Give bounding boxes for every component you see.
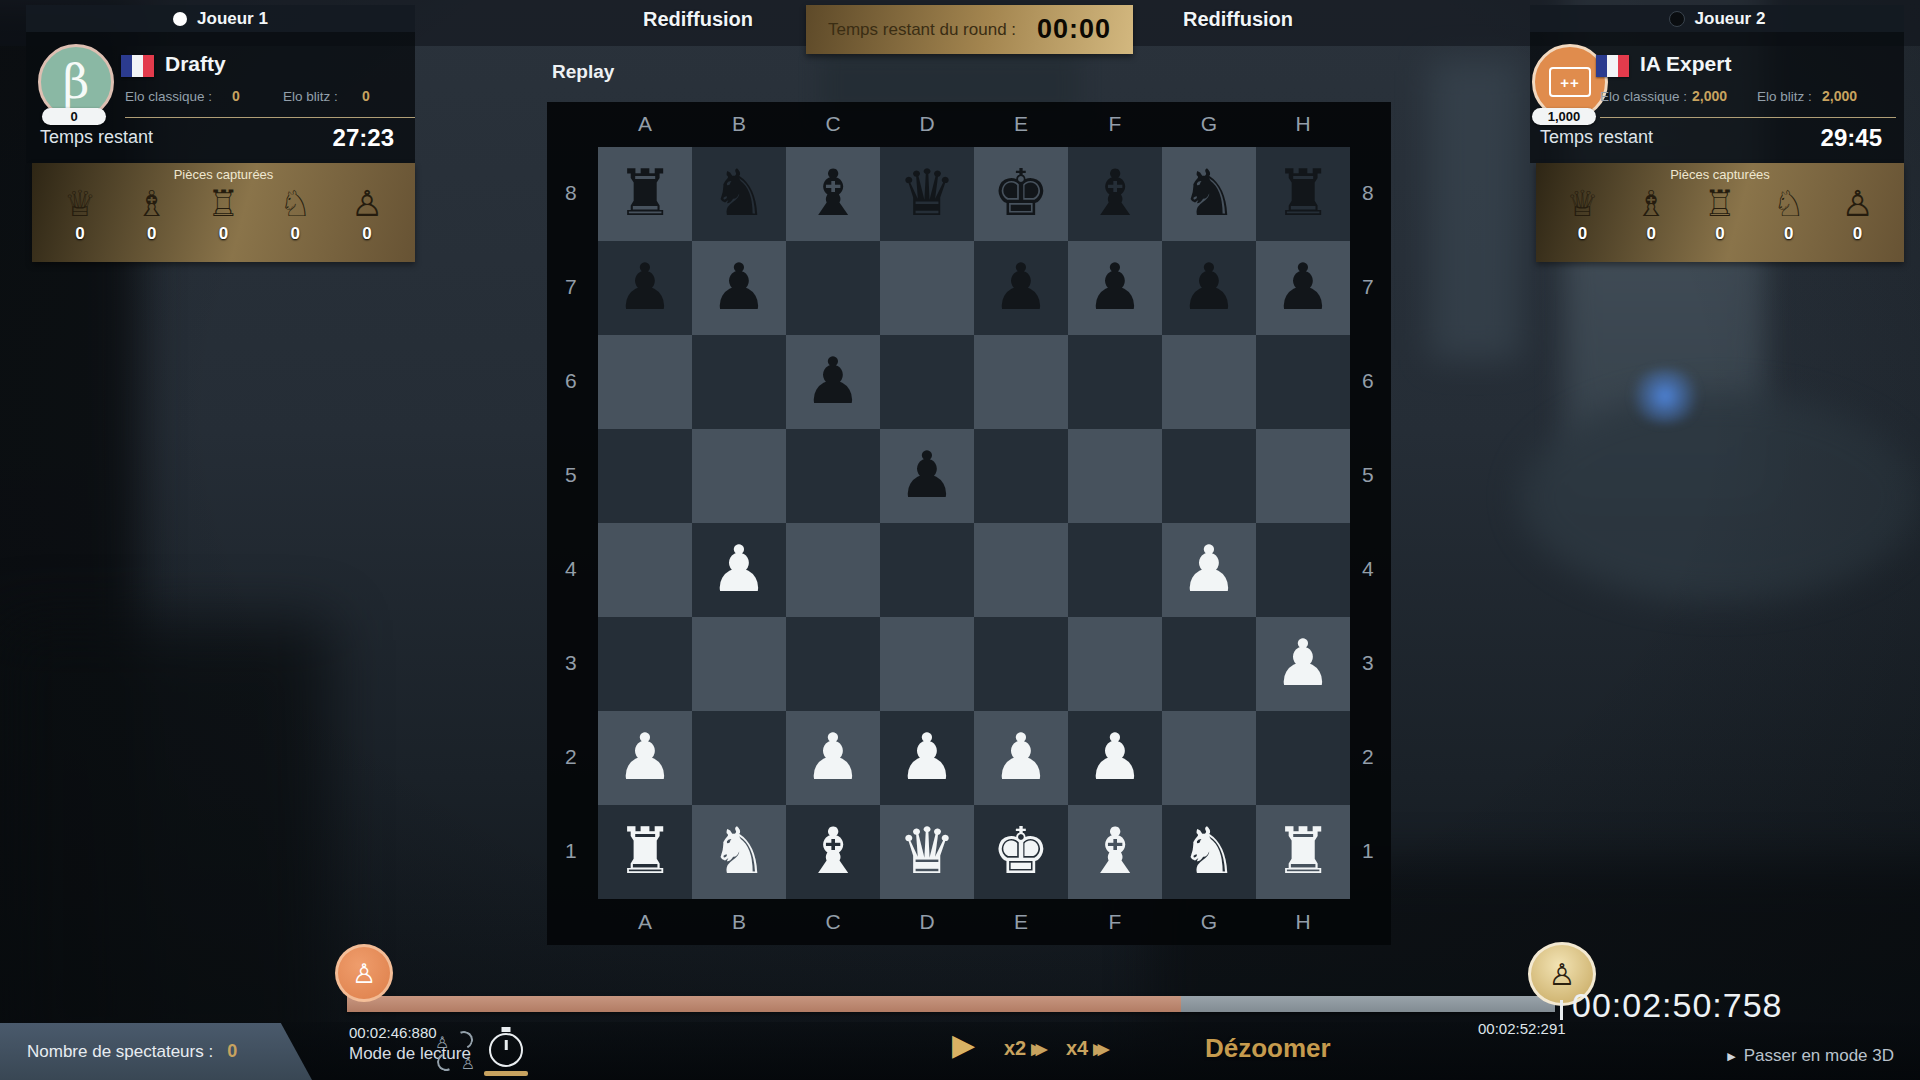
- square-g1[interactable]: ♞: [1162, 805, 1256, 899]
- square-a6[interactable]: [598, 335, 692, 429]
- timeline-slider[interactable]: [347, 996, 1555, 1012]
- timeline-current-time: 00:02:50:758: [1572, 986, 1783, 1025]
- square-f5[interactable]: [1068, 429, 1162, 523]
- rank-label-5: 5: [1362, 463, 1374, 487]
- rank-label-2: 2: [565, 745, 577, 769]
- player2-captured-queen: ♕0: [1554, 184, 1610, 244]
- player2-captured-rook-count: 0: [1715, 224, 1724, 244]
- rook-icon: ♖: [207, 184, 239, 224]
- player2-captured-tray: ♕0♗0♖0♘0♙0: [1536, 182, 1904, 244]
- rediffusion-label-right: Rediffusion: [1183, 8, 1293, 31]
- square-b6[interactable]: [692, 335, 786, 429]
- square-f1[interactable]: ♝: [1068, 805, 1162, 899]
- fast-forward-icon: ▶▶: [1093, 1040, 1110, 1058]
- rook-icon: ♖: [1704, 184, 1736, 224]
- square-a7[interactable]: ♟: [598, 241, 692, 335]
- player1-color-icon: [173, 12, 187, 26]
- player2-computer-icon: ++: [1549, 67, 1591, 97]
- file-label-c: C: [825, 910, 840, 934]
- player1-header-label: Joueur 1: [197, 9, 268, 29]
- rank-label-1: 1: [565, 839, 577, 863]
- piece-black-pawn: ♟: [1256, 241, 1350, 333]
- spectators-label: Nombre de spectateurs :: [27, 1042, 213, 1062]
- file-label-h: H: [1295, 910, 1310, 934]
- player1-captured-pawn: ♙0: [339, 184, 395, 244]
- square-d3[interactable]: [880, 617, 974, 711]
- stopwatch-active-underline: [484, 1071, 528, 1076]
- piece-black-pawn: ♟: [598, 241, 692, 333]
- player1-captured-queen: ♕0: [52, 184, 108, 244]
- square-f2[interactable]: ♟: [1068, 711, 1162, 805]
- piece-white-king: ♚: [974, 805, 1068, 897]
- speed-x2-button[interactable]: x2 ▶▶: [1004, 1037, 1048, 1060]
- pawn-icon: ♙: [351, 184, 383, 224]
- board-grid: ♜♞♝♛♚♝♞♜♟♟♟♟♟♟♟♟♟♟♟♟♟♟♟♟♜♞♝♛♚♝♞♜: [598, 147, 1350, 899]
- square-g7[interactable]: ♟: [1162, 241, 1256, 335]
- square-h2[interactable]: [1256, 711, 1350, 805]
- file-label-d: D: [919, 112, 934, 136]
- player1-captured-bishop: ♗0: [124, 184, 180, 244]
- rank-label-3: 3: [1362, 651, 1374, 675]
- replay-label: Replay: [552, 61, 614, 83]
- queen-icon: ♕: [1566, 184, 1598, 224]
- player2-captured-rook: ♖0: [1692, 184, 1748, 244]
- square-h4[interactable]: [1256, 523, 1350, 617]
- rank-label-4: 4: [1362, 557, 1374, 581]
- player1-elo-classique-value: 0: [232, 88, 240, 104]
- spectators-count: 0: [227, 1041, 237, 1062]
- square-d4[interactable]: [880, 523, 974, 617]
- chevron-right-icon: ▶: [1727, 1050, 1735, 1063]
- player1-captured-panel: Pièces capturées ♕0♗0♖0♘0♙0: [32, 163, 415, 262]
- square-d7[interactable]: [880, 241, 974, 335]
- player1-captured-rook-count: 0: [219, 224, 228, 244]
- player2-elo-classique-label: Elo classique :: [1600, 89, 1687, 104]
- square-h8[interactable]: ♜: [1256, 147, 1350, 241]
- piece-black-rook: ♜: [1256, 147, 1350, 239]
- rank-label-7: 7: [1362, 275, 1374, 299]
- round-timer-value: 00:00: [1037, 14, 1111, 45]
- piece-white-pawn: ♟: [598, 711, 692, 803]
- piece-black-rook: ♜: [598, 147, 692, 239]
- square-h1[interactable]: ♜: [1256, 805, 1350, 899]
- player2-captured-bishop: ♗0: [1623, 184, 1679, 244]
- player1-captured-knight: ♘0: [267, 184, 323, 244]
- player2-captured-knight: ♘0: [1761, 184, 1817, 244]
- timeline-end-time: 00:02:52:291: [1478, 1020, 1566, 1037]
- square-h3[interactable]: ♟: [1256, 617, 1350, 711]
- square-b2[interactable]: [692, 711, 786, 805]
- player1-flag-icon: [121, 55, 154, 77]
- piece-white-pawn: ♟: [974, 711, 1068, 803]
- piece-white-pawn: ♟: [1256, 617, 1350, 709]
- rank-label-4: 4: [565, 557, 577, 581]
- player2-flag-icon: [1596, 55, 1629, 77]
- square-e3[interactable]: [974, 617, 1068, 711]
- piece-white-pawn: ♟: [786, 711, 880, 803]
- player2-header: Joueur 2: [1530, 5, 1904, 32]
- piece-black-pawn: ♟: [974, 241, 1068, 333]
- file-label-g: G: [1201, 910, 1217, 934]
- piece-black-pawn: ♟: [1068, 241, 1162, 333]
- square-c2[interactable]: ♟: [786, 711, 880, 805]
- chess-board: ABCDEFGH ABCDEFGH 87654321 87654321 ♜♞♝♛…: [547, 102, 1391, 945]
- square-c8[interactable]: ♝: [786, 147, 880, 241]
- timeline-start-time: 00:02:46:880: [349, 1024, 437, 1041]
- player2-time-label: Temps restant: [1540, 127, 1653, 148]
- player1-captured-title: Pièces capturées: [32, 163, 415, 182]
- player1-captured-tray: ♕0♗0♖0♘0♙0: [32, 182, 415, 244]
- square-e4[interactable]: [974, 523, 1068, 617]
- player1-avatar-glyph: β: [63, 55, 90, 109]
- square-e8[interactable]: ♚: [974, 147, 1068, 241]
- square-f3[interactable]: [1068, 617, 1162, 711]
- round-timer-label: Temps restant du round :: [828, 20, 1016, 40]
- player1-elo-classique-label: Elo classique :: [125, 89, 212, 104]
- square-g2[interactable]: [1162, 711, 1256, 805]
- square-h6[interactable]: [1256, 335, 1350, 429]
- square-c6[interactable]: ♟: [786, 335, 880, 429]
- piece-white-queen: ♛: [880, 805, 974, 897]
- piece-white-pawn: ♟: [1068, 711, 1162, 803]
- switch-3d-button[interactable]: ▶ Passer en mode 3D: [1727, 1046, 1894, 1066]
- player1-header: Joueur 1: [26, 5, 415, 32]
- round-timer-panel: Temps restant du round : 00:00: [806, 5, 1133, 54]
- speed-x4-button[interactable]: x4 ▶▶: [1066, 1037, 1110, 1060]
- square-g8[interactable]: ♞: [1162, 147, 1256, 241]
- square-b8[interactable]: ♞: [692, 147, 786, 241]
- square-d5[interactable]: ♟: [880, 429, 974, 523]
- piece-black-bishop: ♝: [1068, 147, 1162, 239]
- player1-captured-rook: ♖0: [195, 184, 251, 244]
- square-h7[interactable]: ♟: [1256, 241, 1350, 335]
- piece-white-bishop: ♝: [786, 805, 880, 897]
- rank-label-2: 2: [1362, 745, 1374, 769]
- square-f7[interactable]: ♟: [1068, 241, 1162, 335]
- square-b4[interactable]: ♟: [692, 523, 786, 617]
- square-e2[interactable]: ♟: [974, 711, 1068, 805]
- square-g4[interactable]: ♟: [1162, 523, 1256, 617]
- file-label-a: A: [638, 910, 652, 934]
- rank-label-5: 5: [565, 463, 577, 487]
- square-g5[interactable]: [1162, 429, 1256, 523]
- square-g6[interactable]: [1162, 335, 1256, 429]
- piece-white-pawn: ♟: [1162, 523, 1256, 615]
- player2-captured-bishop-count: 0: [1646, 224, 1655, 244]
- piece-black-pawn: ♟: [786, 335, 880, 427]
- player1-divider: [125, 117, 415, 118]
- square-a2[interactable]: ♟: [598, 711, 692, 805]
- player2-time-value: 29:45: [1782, 124, 1882, 152]
- switch-3d-label: Passer en mode 3D: [1744, 1046, 1894, 1066]
- player1-captured-knight-count: 0: [291, 224, 300, 244]
- file-label-e: E: [1014, 112, 1028, 136]
- piece-black-pawn: ♟: [880, 429, 974, 521]
- rank-label-1: 1: [1362, 839, 1374, 863]
- square-a3[interactable]: [598, 617, 692, 711]
- piece-black-knight: ♞: [692, 147, 786, 239]
- player2-divider: [1600, 117, 1896, 118]
- player1-time-label: Temps restant: [40, 127, 153, 148]
- square-a5[interactable]: [598, 429, 692, 523]
- player2-captured-pawn-count: 0: [1853, 224, 1862, 244]
- fast-forward-icon: ▶▶: [1031, 1040, 1048, 1058]
- file-label-d: D: [919, 910, 934, 934]
- rank-label-6: 6: [1362, 369, 1374, 393]
- player2-captured-panel: Pièces capturées ♕0♗0♖0♘0♙0: [1536, 163, 1904, 262]
- file-label-b: B: [732, 910, 746, 934]
- square-g3[interactable]: [1162, 617, 1256, 711]
- swap-players-icon[interactable]: ♙♙: [435, 1031, 475, 1073]
- dezoom-button[interactable]: Dézoomer: [1205, 1033, 1331, 1064]
- piece-black-pawn: ♟: [692, 241, 786, 333]
- play-button[interactable]: ▶: [952, 1030, 975, 1060]
- pawn-icon: ♙: [1841, 184, 1873, 224]
- square-a4[interactable]: [598, 523, 692, 617]
- square-c3[interactable]: [786, 617, 880, 711]
- rank-label-3: 3: [565, 651, 577, 675]
- file-label-c: C: [825, 112, 840, 136]
- timeline-start-marker[interactable]: ♙: [335, 944, 393, 1002]
- player1-level-badge: 0: [42, 108, 106, 125]
- square-e7[interactable]: ♟: [974, 241, 1068, 335]
- square-d8[interactable]: ♛: [880, 147, 974, 241]
- square-b7[interactable]: ♟: [692, 241, 786, 335]
- player2-captured-queen-count: 0: [1578, 224, 1587, 244]
- file-label-b: B: [732, 112, 746, 136]
- square-d2[interactable]: ♟: [880, 711, 974, 805]
- bishop-icon: ♗: [1635, 184, 1667, 224]
- player1-captured-pawn-count: 0: [362, 224, 371, 244]
- file-label-f: F: [1109, 112, 1122, 136]
- square-d6[interactable]: [880, 335, 974, 429]
- piece-black-knight: ♞: [1162, 147, 1256, 239]
- player2-captured-pawn: ♙0: [1830, 184, 1886, 244]
- speed-x4-label: x4: [1066, 1037, 1088, 1060]
- file-label-e: E: [1014, 910, 1028, 934]
- square-f4[interactable]: [1068, 523, 1162, 617]
- player2-elo-blitz-label: Elo blitz :: [1757, 89, 1812, 104]
- player1-captured-bishop-count: 0: [147, 224, 156, 244]
- piece-white-rook: ♜: [598, 805, 692, 897]
- file-label-a: A: [638, 112, 652, 136]
- player1-elo-blitz-value: 0: [362, 88, 370, 104]
- rank-label-6: 6: [565, 369, 577, 393]
- player1-captured-queen-count: 0: [75, 224, 84, 244]
- square-b5[interactable]: [692, 429, 786, 523]
- square-e6[interactable]: [974, 335, 1068, 429]
- rank-label-8: 8: [1362, 181, 1374, 205]
- square-c7[interactable]: [786, 241, 880, 335]
- player2-name: IA Expert: [1640, 52, 1731, 76]
- player2-color-icon: [1669, 11, 1685, 27]
- player1-name: Drafty: [165, 52, 226, 76]
- player2-captured-title: Pièces capturées: [1536, 163, 1904, 182]
- piece-white-pawn: ♟: [692, 523, 786, 615]
- file-label-g: G: [1201, 112, 1217, 136]
- player2-elo-blitz-value: 2,000: [1822, 88, 1857, 104]
- file-label-f: F: [1109, 910, 1122, 934]
- piece-white-bishop: ♝: [1068, 805, 1162, 897]
- square-e5[interactable]: [974, 429, 1068, 523]
- square-a1[interactable]: ♜: [598, 805, 692, 899]
- rediffusion-label-left: Rediffusion: [643, 8, 753, 31]
- square-f6[interactable]: [1068, 335, 1162, 429]
- square-f8[interactable]: ♝: [1068, 147, 1162, 241]
- timeline-progress: [347, 996, 1181, 1012]
- square-d1[interactable]: ♛: [880, 805, 974, 899]
- player2-captured-knight-count: 0: [1784, 224, 1793, 244]
- square-c5[interactable]: [786, 429, 880, 523]
- square-e1[interactable]: ♚: [974, 805, 1068, 899]
- knight-icon: ♘: [279, 184, 311, 224]
- square-h5[interactable]: [1256, 429, 1350, 523]
- rank-label-7: 7: [565, 275, 577, 299]
- file-label-h: H: [1295, 112, 1310, 136]
- square-b3[interactable]: [692, 617, 786, 711]
- piece-black-queen: ♛: [880, 147, 974, 239]
- piece-white-pawn: ♟: [880, 711, 974, 803]
- square-b1[interactable]: ♞: [692, 805, 786, 899]
- timeline-current-tick: [1560, 1000, 1563, 1020]
- player2-header-label: Joueur 2: [1695, 9, 1766, 29]
- player2-elo-classique-value: 2,000: [1692, 88, 1727, 104]
- piece-black-bishop: ♝: [786, 147, 880, 239]
- piece-white-knight: ♞: [692, 805, 786, 897]
- speed-x2-label: x2: [1004, 1037, 1026, 1060]
- square-c1[interactable]: ♝: [786, 805, 880, 899]
- knight-icon: ♘: [1773, 184, 1805, 224]
- player1-elo-blitz-label: Elo blitz :: [283, 89, 338, 104]
- piece-black-king: ♚: [974, 147, 1068, 239]
- square-a8[interactable]: ♜: [598, 147, 692, 241]
- piece-white-rook: ♜: [1256, 805, 1350, 897]
- player2-level-badge: 1,000: [1532, 108, 1596, 125]
- rank-label-8: 8: [565, 181, 577, 205]
- bishop-icon: ♗: [136, 184, 168, 224]
- queen-icon: ♕: [64, 184, 96, 224]
- player1-time-value: 27:23: [294, 124, 394, 152]
- piece-white-knight: ♞: [1162, 805, 1256, 897]
- stopwatch-icon[interactable]: [489, 1033, 523, 1067]
- square-c4[interactable]: [786, 523, 880, 617]
- piece-black-pawn: ♟: [1162, 241, 1256, 333]
- spectators-panel: Nombre de spectateurs : 0: [0, 1023, 312, 1080]
- chess-replay-app: Rediffusion Temps restant du round : 00:…: [0, 0, 1920, 1080]
